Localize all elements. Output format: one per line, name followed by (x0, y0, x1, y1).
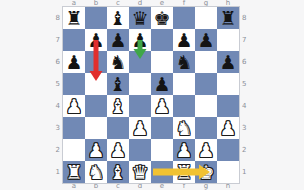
piece-black-bishop-c8[interactable]: ♝ (109, 7, 126, 29)
rank-label-8-left: 8 (48, 7, 60, 29)
square-c5[interactable]: ♝ (107, 73, 129, 95)
square-f1[interactable]: ♜ (173, 161, 195, 183)
square-c3[interactable] (107, 117, 129, 139)
file-label-g-top: g (195, 0, 217, 7)
piece-white-king-g1[interactable]: ♚ (197, 161, 214, 183)
piece-white-bishop-c1[interactable]: ♝ (109, 161, 126, 183)
square-c7[interactable]: ♟ (107, 29, 129, 51)
square-a3[interactable] (63, 117, 85, 139)
file-label-c-top: c (107, 0, 129, 7)
piece-black-knight-c6[interactable]: ♞ (109, 51, 126, 73)
square-a2[interactable] (63, 139, 85, 161)
file-label-b-top: b (85, 0, 107, 7)
piece-black-pawn-a6[interactable]: ♟ (65, 51, 82, 73)
piece-white-rook-f1[interactable]: ♜ (175, 161, 192, 183)
square-d5[interactable] (129, 73, 151, 95)
square-h3[interactable]: ♟ (217, 117, 239, 139)
square-b6[interactable] (85, 51, 107, 73)
square-a8[interactable]: ♜ (63, 7, 85, 29)
square-f2[interactable]: ♟ (173, 139, 195, 161)
square-e6[interactable] (151, 51, 173, 73)
square-e7[interactable] (151, 29, 173, 51)
square-h2[interactable] (217, 139, 239, 161)
piece-white-pawn-a4[interactable]: ♟ (65, 95, 82, 117)
piece-black-pawn-g7[interactable]: ♟ (197, 29, 214, 51)
file-label-d-bottom: d (129, 183, 151, 190)
file-label-h-bottom: h (217, 183, 239, 190)
file-label-f-top: f (173, 0, 195, 7)
square-d6[interactable] (129, 51, 151, 73)
file-labels-bottom: abcdefgh (63, 183, 239, 190)
rank-label-4-left: 4 (48, 95, 60, 117)
file-label-a-bottom: a (63, 183, 85, 190)
square-c1[interactable]: ♝ (107, 161, 129, 183)
rank-label-5-right: 5 (242, 73, 254, 95)
file-label-d-top: d (129, 0, 151, 7)
square-e1[interactable] (151, 161, 173, 183)
piece-black-rook-a8[interactable]: ♜ (65, 7, 82, 29)
square-f5[interactable] (173, 73, 195, 95)
square-a4[interactable]: ♟ (63, 95, 85, 117)
piece-white-pawn-f2[interactable]: ♟ (175, 139, 192, 161)
square-a6[interactable]: ♟ (63, 51, 85, 73)
rank-label-1-right: 1 (242, 161, 254, 183)
file-labels-top: abcdefgh (63, 0, 239, 7)
piece-black-pawn-h6[interactable]: ♟ (219, 51, 236, 73)
square-e4[interactable]: ♟ (151, 95, 173, 117)
square-f4[interactable] (173, 95, 195, 117)
rank-label-7-left: 7 (48, 29, 60, 51)
piece-black-pawn-b7[interactable]: ♟ (87, 29, 104, 51)
rank-label-4-right: 4 (242, 95, 254, 117)
square-h6[interactable]: ♟ (217, 51, 239, 73)
piece-white-pawn-d3[interactable]: ♟ (131, 117, 148, 139)
square-e2[interactable] (151, 139, 173, 161)
square-d3[interactable]: ♟ (129, 117, 151, 139)
square-h5[interactable] (217, 73, 239, 95)
square-g3[interactable] (195, 117, 217, 139)
rank-label-5-left: 5 (48, 73, 60, 95)
square-g7[interactable]: ♟ (195, 29, 217, 51)
file-label-b-bottom: b (85, 183, 107, 190)
piece-white-bishop-c4[interactable]: ♝ (109, 95, 126, 117)
square-d4[interactable] (129, 95, 151, 117)
square-d1[interactable]: ♛ (129, 161, 151, 183)
square-c8[interactable]: ♝ (107, 7, 129, 29)
rank-label-3-right: 3 (242, 117, 254, 139)
square-b8[interactable] (85, 7, 107, 29)
square-f3[interactable]: ♞ (173, 117, 195, 139)
rank-label-6-left: 6 (48, 51, 60, 73)
square-g4[interactable] (195, 95, 217, 117)
square-f8[interactable] (173, 7, 195, 29)
square-a1[interactable]: ♜ (63, 161, 85, 183)
piece-white-pawn-e4[interactable]: ♟ (153, 95, 170, 117)
piece-black-pawn-c7[interactable]: ♟ (109, 29, 126, 51)
square-d8[interactable]: ♛ (129, 7, 151, 29)
square-g2[interactable]: ♟ (195, 139, 217, 161)
square-e5[interactable]: ♟ (151, 73, 173, 95)
file-label-h-top: h (217, 0, 239, 7)
square-c2[interactable]: ♟ (107, 139, 129, 161)
rank-label-1-left: 1 (48, 161, 60, 183)
rank-labels-right: 87654321 (242, 7, 254, 183)
piece-white-knight-b1[interactable]: ♞ (87, 161, 104, 183)
square-b7[interactable]: ♟ (85, 29, 107, 51)
piece-white-pawn-g2[interactable]: ♟ (197, 139, 214, 161)
file-label-g-bottom: g (195, 183, 217, 190)
square-f6[interactable]: ♞ (173, 51, 195, 73)
piece-black-pawn-f7[interactable]: ♟ (175, 29, 192, 51)
square-b5[interactable] (85, 73, 107, 95)
square-a5[interactable] (63, 73, 85, 95)
piece-black-queen-d8[interactable]: ♛ (131, 7, 148, 29)
piece-white-pawn-h3[interactable]: ♟ (219, 117, 236, 139)
rank-label-7-right: 7 (242, 29, 254, 51)
square-d2[interactable] (129, 139, 151, 161)
square-b1[interactable]: ♞ (85, 161, 107, 183)
file-label-e-bottom: e (151, 183, 173, 190)
rank-label-2-left: 2 (48, 139, 60, 161)
piece-black-bishop-c5[interactable]: ♝ (109, 73, 126, 95)
piece-black-knight-f6[interactable]: ♞ (175, 51, 192, 73)
square-g6[interactable] (195, 51, 217, 73)
square-g1[interactable]: ♚ (195, 161, 217, 183)
square-h4[interactable] (217, 95, 239, 117)
piece-white-rook-a1[interactable]: ♜ (65, 161, 82, 183)
piece-white-pawn-c2[interactable]: ♟ (109, 139, 126, 161)
square-b2[interactable]: ♟ (85, 139, 107, 161)
piece-white-knight-f3[interactable]: ♞ (175, 117, 192, 139)
file-label-a-top: a (63, 0, 85, 7)
square-h8[interactable]: ♜ (217, 7, 239, 29)
rank-labels-left: 87654321 (48, 7, 60, 183)
rank-label-8-right: 8 (242, 7, 254, 29)
square-e3[interactable] (151, 117, 173, 139)
square-e8[interactable]: ♚ (151, 7, 173, 29)
square-b4[interactable] (85, 95, 107, 117)
chess-board-screenshot: abcdefgh 87654321 87654321 abcdefgh ♜♝♛♚… (0, 0, 304, 190)
square-g5[interactable] (195, 73, 217, 95)
piece-white-queen-d1[interactable]: ♛ (131, 161, 148, 183)
chess-board[interactable]: ♜♝♛♚♜♟♟♟♟♟♟♞♞♟♝♟♟♝♟♟♞♟♟♟♟♟♜♞♝♛♜♚ (63, 7, 239, 183)
square-g8[interactable] (195, 7, 217, 29)
square-d7[interactable]: ♟ (129, 29, 151, 51)
piece-white-pawn-b2[interactable]: ♟ (87, 139, 104, 161)
square-h7[interactable] (217, 29, 239, 51)
file-label-e-top: e (151, 0, 173, 7)
square-a7[interactable] (63, 29, 85, 51)
square-b3[interactable] (85, 117, 107, 139)
piece-black-rook-h8[interactable]: ♜ (219, 7, 236, 29)
square-h1[interactable] (217, 161, 239, 183)
rank-label-6-right: 6 (242, 51, 254, 73)
rank-label-2-right: 2 (242, 139, 254, 161)
piece-black-pawn-e5[interactable]: ♟ (153, 73, 170, 95)
rank-label-3-left: 3 (48, 117, 60, 139)
square-c6[interactable]: ♞ (107, 51, 129, 73)
file-label-c-bottom: c (107, 183, 129, 190)
piece-black-pawn-d7[interactable]: ♟ (131, 29, 148, 51)
square-f7[interactable]: ♟ (173, 29, 195, 51)
square-c4[interactable]: ♝ (107, 95, 129, 117)
piece-black-king-e8[interactable]: ♚ (153, 7, 170, 29)
file-label-f-bottom: f (173, 183, 195, 190)
